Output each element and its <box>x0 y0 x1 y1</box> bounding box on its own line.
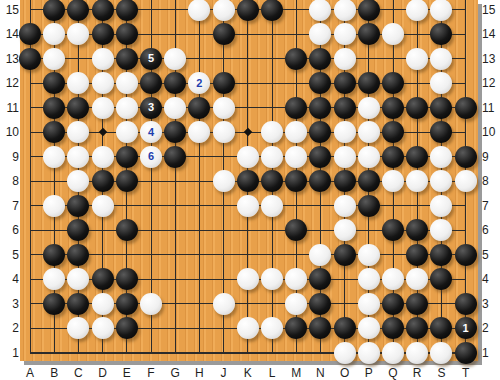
white-stone-S7[interactable] <box>430 195 452 217</box>
black-stone-A14[interactable] <box>19 23 41 45</box>
white-stone-O10[interactable] <box>334 121 356 143</box>
white-stone-E12[interactable] <box>116 72 138 94</box>
white-stone-D7[interactable] <box>92 195 114 217</box>
col-label-E: E <box>118 366 136 380</box>
white-stone-L9[interactable] <box>261 146 283 168</box>
black-stone-O11[interactable] <box>334 97 356 119</box>
black-stone-K8[interactable] <box>237 170 259 192</box>
white-stone-O6[interactable] <box>334 219 356 241</box>
black-stone-A13[interactable] <box>19 48 41 70</box>
row-label-left-5: 5 <box>1 248 19 262</box>
black-stone-P14[interactable] <box>358 23 380 45</box>
white-stone-D13[interactable] <box>92 48 114 70</box>
row-label-left-3: 3 <box>1 297 19 311</box>
col-label-A: A <box>21 366 39 380</box>
white-stone-N15[interactable] <box>309 0 331 21</box>
black-stone-T11[interactable] <box>455 97 477 119</box>
white-stone-S9[interactable] <box>430 146 452 168</box>
white-stone-R1[interactable] <box>406 342 428 364</box>
white-stone-G13[interactable] <box>164 48 186 70</box>
move-number-label: 4 <box>148 127 154 138</box>
black-stone-D8[interactable] <box>92 170 114 192</box>
black-stone-P7[interactable] <box>358 195 380 217</box>
black-stone-M13[interactable] <box>285 48 307 70</box>
white-stone-D9[interactable] <box>92 146 114 168</box>
black-stone-L8[interactable] <box>261 170 283 192</box>
row-label-left-11: 11 <box>1 101 19 115</box>
grid-hline <box>30 254 467 255</box>
col-label-C: C <box>69 366 87 380</box>
white-stone-C9[interactable] <box>67 146 89 168</box>
col-label-P: P <box>360 366 378 380</box>
black-stone-R5[interactable] <box>406 244 428 266</box>
black-stone-Q10[interactable] <box>382 121 404 143</box>
white-stone-Q4[interactable] <box>382 268 404 290</box>
white-stone-E11[interactable] <box>116 97 138 119</box>
white-stone-P1[interactable] <box>358 342 380 364</box>
white-stone-R13[interactable] <box>406 48 428 70</box>
white-stone-O15[interactable] <box>334 0 356 21</box>
col-label-M: M <box>287 366 305 380</box>
white-stone-L2[interactable] <box>261 317 283 339</box>
black-stone-K15[interactable] <box>237 0 259 21</box>
black-stone-P12[interactable] <box>358 72 380 94</box>
black-stone-D4[interactable] <box>92 268 114 290</box>
white-stone-F3[interactable] <box>140 293 162 315</box>
black-stone-E13[interactable] <box>116 48 138 70</box>
col-label-R: R <box>408 366 426 380</box>
black-stone-Q11[interactable] <box>382 97 404 119</box>
black-stone-N11[interactable] <box>309 97 331 119</box>
row-label-right-6: 6 <box>482 223 500 237</box>
black-stone-P15[interactable] <box>358 0 380 21</box>
black-stone-O8[interactable] <box>334 170 356 192</box>
white-stone-S15[interactable] <box>430 0 452 21</box>
white-stone-B7[interactable] <box>43 195 65 217</box>
white-stone-O7[interactable] <box>334 195 356 217</box>
col-label-K: K <box>239 366 257 380</box>
row-label-left-6: 6 <box>1 223 19 237</box>
row-label-right-1: 1 <box>482 346 500 360</box>
black-stone-H11[interactable] <box>188 97 210 119</box>
black-stone-F12[interactable] <box>140 72 162 94</box>
black-stone-R3[interactable] <box>406 293 428 315</box>
black-stone-C5[interactable] <box>67 244 89 266</box>
row-label-right-13: 13 <box>482 52 500 66</box>
black-stone-Q6[interactable] <box>382 219 404 241</box>
black-stone-T3[interactable] <box>455 293 477 315</box>
white-stone-H15[interactable] <box>188 0 210 21</box>
white-stone-N5[interactable] <box>309 244 331 266</box>
black-stone-T1[interactable] <box>455 342 477 364</box>
col-label-N: N <box>311 366 329 380</box>
black-stone-E9[interactable] <box>116 146 138 168</box>
black-stone-L15[interactable] <box>261 0 283 21</box>
row-label-left-12: 12 <box>1 76 19 90</box>
white-stone-P9[interactable] <box>358 146 380 168</box>
white-stone-Q8[interactable] <box>382 170 404 192</box>
black-stone-Q12[interactable] <box>382 72 404 94</box>
move-number-label: 2 <box>196 78 202 89</box>
row-label-left-13: 13 <box>1 52 19 66</box>
black-stone-Q9[interactable] <box>382 146 404 168</box>
row-label-left-4: 4 <box>1 272 19 286</box>
col-label-H: H <box>190 366 208 380</box>
white-stone-O9[interactable] <box>334 146 356 168</box>
col-label-D: D <box>94 366 112 380</box>
row-label-right-15: 15 <box>482 3 500 17</box>
row-label-right-10: 10 <box>482 125 500 139</box>
black-stone-N3[interactable] <box>309 293 331 315</box>
black-stone-B3[interactable] <box>43 293 65 315</box>
col-label-L: L <box>263 366 281 380</box>
black-stone-E2[interactable] <box>116 317 138 339</box>
black-stone-R11[interactable] <box>406 97 428 119</box>
white-stone-P4[interactable] <box>358 268 380 290</box>
white-stone-K2[interactable] <box>237 317 259 339</box>
col-label-B: B <box>45 366 63 380</box>
black-stone-C11[interactable] <box>67 97 89 119</box>
row-label-left-8: 8 <box>1 174 19 188</box>
black-stone-E8[interactable] <box>116 170 138 192</box>
black-stone-S5[interactable] <box>430 244 452 266</box>
col-label-J: J <box>215 366 233 380</box>
black-stone-P8[interactable] <box>358 170 380 192</box>
row-label-left-2: 2 <box>1 321 19 335</box>
black-stone-F11[interactable]: 3 <box>140 97 162 119</box>
white-stone-O14[interactable] <box>334 23 356 45</box>
white-stone-Q14[interactable] <box>382 23 404 45</box>
black-stone-J12[interactable] <box>213 72 235 94</box>
move-number-label: 3 <box>148 102 154 113</box>
white-stone-K4[interactable] <box>237 268 259 290</box>
white-stone-P11[interactable] <box>358 97 380 119</box>
white-stone-D12[interactable] <box>92 72 114 94</box>
row-label-right-5: 5 <box>482 248 500 262</box>
col-label-S: S <box>432 366 450 380</box>
white-stone-B13[interactable] <box>43 48 65 70</box>
row-label-left-14: 14 <box>1 27 19 41</box>
black-stone-E15[interactable] <box>116 0 138 21</box>
black-stone-G9[interactable] <box>164 146 186 168</box>
col-label-T: T <box>457 366 475 380</box>
black-stone-C3[interactable] <box>67 293 89 315</box>
white-stone-L4[interactable] <box>261 268 283 290</box>
white-stone-D2[interactable] <box>92 317 114 339</box>
row-label-right-2: 2 <box>482 321 500 335</box>
white-stone-P5[interactable] <box>358 244 380 266</box>
black-stone-D14[interactable] <box>92 23 114 45</box>
white-stone-J15[interactable] <box>213 0 235 21</box>
black-stone-F13[interactable]: 5 <box>140 48 162 70</box>
black-stone-O2[interactable] <box>334 317 356 339</box>
white-stone-D3[interactable] <box>92 293 114 315</box>
white-stone-O13[interactable] <box>334 48 356 70</box>
black-stone-O5[interactable] <box>334 244 356 266</box>
black-stone-M11[interactable] <box>285 97 307 119</box>
white-stone-M3[interactable] <box>285 293 307 315</box>
row-label-left-1: 1 <box>1 346 19 360</box>
white-stone-J11[interactable] <box>213 97 235 119</box>
white-stone-T8[interactable] <box>455 170 477 192</box>
black-stone-E6[interactable] <box>116 219 138 241</box>
black-stone-B5[interactable] <box>43 244 65 266</box>
white-stone-J8[interactable] <box>213 170 235 192</box>
row-label-left-10: 10 <box>1 125 19 139</box>
col-label-Q: Q <box>384 366 402 380</box>
black-stone-N13[interactable] <box>309 48 331 70</box>
white-stone-B9[interactable] <box>43 146 65 168</box>
white-stone-R15[interactable] <box>406 0 428 21</box>
white-stone-O1[interactable] <box>334 342 356 364</box>
white-stone-J3[interactable] <box>213 293 235 315</box>
white-stone-L7[interactable] <box>261 195 283 217</box>
black-stone-O12[interactable] <box>334 72 356 94</box>
white-stone-P10[interactable] <box>358 121 380 143</box>
white-stone-G11[interactable] <box>164 97 186 119</box>
black-stone-C15[interactable] <box>67 0 89 21</box>
black-stone-E4[interactable] <box>116 268 138 290</box>
white-stone-F10[interactable]: 4 <box>140 121 162 143</box>
black-stone-R9[interactable] <box>406 146 428 168</box>
row-label-right-7: 7 <box>482 199 500 213</box>
row-label-left-9: 9 <box>1 150 19 164</box>
black-stone-N9[interactable] <box>309 146 331 168</box>
col-label-F: F <box>142 366 160 380</box>
white-stone-J10[interactable] <box>213 121 235 143</box>
go-game-screenshot: 523461 151514141313121211111010998877665… <box>0 0 500 380</box>
white-stone-P3[interactable] <box>358 293 380 315</box>
white-stone-S1[interactable] <box>430 342 452 364</box>
white-stone-K7[interactable] <box>237 195 259 217</box>
black-stone-C7[interactable] <box>67 195 89 217</box>
black-stone-D15[interactable] <box>92 0 114 21</box>
col-label-O: O <box>336 366 354 380</box>
black-stone-T9[interactable] <box>455 146 477 168</box>
row-label-left-15: 15 <box>1 3 19 17</box>
row-label-right-11: 11 <box>482 101 500 115</box>
row-label-right-4: 4 <box>482 272 500 286</box>
row-label-right-8: 8 <box>482 174 500 188</box>
black-stone-S11[interactable] <box>430 97 452 119</box>
white-stone-L10[interactable] <box>261 121 283 143</box>
col-label-G: G <box>166 366 184 380</box>
white-stone-M9[interactable] <box>285 146 307 168</box>
white-stone-E10[interactable] <box>116 121 138 143</box>
row-label-right-9: 9 <box>482 150 500 164</box>
row-label-left-7: 7 <box>1 199 19 213</box>
white-stone-P2[interactable] <box>358 317 380 339</box>
white-stone-Q1[interactable] <box>382 342 404 364</box>
black-stone-Q3[interactable] <box>382 293 404 315</box>
move-number-label: 5 <box>148 53 154 64</box>
row-label-right-12: 12 <box>482 76 500 90</box>
black-stone-E14[interactable] <box>116 23 138 45</box>
black-stone-T2[interactable]: 1 <box>455 317 477 339</box>
black-stone-T5[interactable] <box>455 244 477 266</box>
black-stone-Q2[interactable] <box>382 317 404 339</box>
black-stone-B15[interactable] <box>43 0 65 21</box>
grid-vline <box>199 0 200 354</box>
row-label-right-3: 3 <box>482 297 500 311</box>
white-stone-D11[interactable] <box>92 97 114 119</box>
black-stone-E3[interactable] <box>116 293 138 315</box>
white-stone-F9[interactable]: 6 <box>140 146 162 168</box>
black-stone-B11[interactable] <box>43 97 65 119</box>
white-stone-K9[interactable] <box>237 146 259 168</box>
move-number-label: 1 <box>463 323 469 334</box>
row-label-right-14: 14 <box>482 27 500 41</box>
move-number-label: 6 <box>148 151 154 162</box>
black-stone-J14[interactable] <box>213 23 235 45</box>
white-stone-S13[interactable] <box>430 48 452 70</box>
